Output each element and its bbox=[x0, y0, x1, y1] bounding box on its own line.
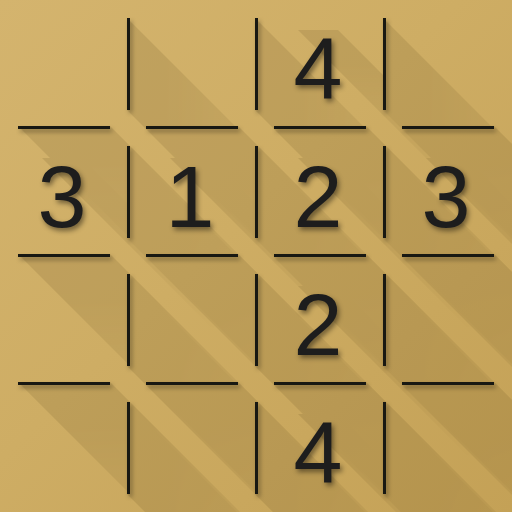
cell-digit: 3 bbox=[38, 153, 87, 241]
cell-digit: 4 bbox=[294, 409, 343, 497]
sudoku-cell-r0c1[interactable] bbox=[128, 0, 256, 128]
cell-digit: 1 bbox=[166, 153, 215, 241]
cell-digit: 2 bbox=[294, 281, 343, 369]
sudoku-cell-r0c0[interactable] bbox=[0, 0, 128, 128]
cell-digit: 2 bbox=[294, 153, 343, 241]
cell-digit: 4 bbox=[294, 25, 343, 113]
sudoku-cell-r3c3[interactable] bbox=[384, 384, 512, 512]
sudoku-cell-r1c1[interactable]: 1 bbox=[128, 128, 256, 256]
sudoku-cell-r0c2[interactable]: 4 bbox=[256, 0, 384, 128]
sudoku-cell-r1c0[interactable]: 3 bbox=[0, 128, 128, 256]
sudoku-cell-r2c2[interactable]: 2 bbox=[256, 256, 384, 384]
sudoku-cell-r2c3[interactable] bbox=[384, 256, 512, 384]
sudoku-cell-r3c2[interactable]: 4 bbox=[256, 384, 384, 512]
sudoku-icon: 4 3 1 2 3 2 4 bbox=[0, 0, 512, 512]
sudoku-cell-r3c0[interactable] bbox=[0, 384, 128, 512]
sudoku-board: 4 3 1 2 3 2 4 bbox=[0, 0, 512, 512]
sudoku-cell-r2c0[interactable] bbox=[0, 256, 128, 384]
sudoku-cell-r1c3[interactable]: 3 bbox=[384, 128, 512, 256]
sudoku-cell-r3c1[interactable] bbox=[128, 384, 256, 512]
sudoku-cell-r1c2[interactable]: 2 bbox=[256, 128, 384, 256]
sudoku-cell-r2c1[interactable] bbox=[128, 256, 256, 384]
cell-digit: 3 bbox=[422, 153, 471, 241]
sudoku-cell-r0c3[interactable] bbox=[384, 0, 512, 128]
